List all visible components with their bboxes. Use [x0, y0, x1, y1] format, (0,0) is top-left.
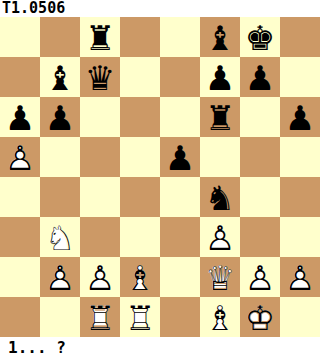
square-b7[interactable]: ♝	[40, 57, 80, 97]
piece-black-king: ♚	[240, 17, 280, 57]
square-e5[interactable]: ♟	[160, 137, 200, 177]
square-f5[interactable]	[200, 137, 240, 177]
square-e8[interactable]	[160, 17, 200, 57]
piece-black-pawn: ♟	[200, 57, 240, 97]
square-c3[interactable]	[80, 217, 120, 257]
square-d2[interactable]: ♝♗	[120, 257, 160, 297]
move-prompt: 1... ?	[0, 337, 320, 360]
square-c6[interactable]	[80, 97, 120, 137]
square-c4[interactable]	[80, 177, 120, 217]
piece-white-knight: ♞♘	[40, 217, 80, 257]
piece-white-bishop: ♝♗	[120, 257, 160, 297]
square-b3[interactable]: ♞♘	[40, 217, 80, 257]
puzzle-title: T1.0506	[0, 0, 320, 17]
chess-puzzle-window: T1.0506 ♜♝♚♝♛♟♟♟♟♜♟♟♙♟♞♞♘♟♙♟♙♟♙♝♗♛♕♟♙♟♙♜…	[0, 0, 320, 360]
square-d1[interactable]: ♜♖	[120, 297, 160, 337]
piece-white-queen: ♛♕	[200, 257, 240, 297]
square-a3[interactable]	[0, 217, 40, 257]
square-g8[interactable]: ♚	[240, 17, 280, 57]
square-h4[interactable]	[280, 177, 320, 217]
square-h2[interactable]: ♟♙	[280, 257, 320, 297]
piece-black-pawn: ♟	[0, 97, 40, 137]
square-d3[interactable]	[120, 217, 160, 257]
square-f2[interactable]: ♛♕	[200, 257, 240, 297]
square-c2[interactable]: ♟♙	[80, 257, 120, 297]
square-h6[interactable]: ♟	[280, 97, 320, 137]
square-e1[interactable]	[160, 297, 200, 337]
square-b6[interactable]: ♟	[40, 97, 80, 137]
square-e4[interactable]	[160, 177, 200, 217]
square-g6[interactable]	[240, 97, 280, 137]
piece-white-rook: ♜♖	[120, 297, 160, 337]
square-g2[interactable]: ♟♙	[240, 257, 280, 297]
square-a7[interactable]	[0, 57, 40, 97]
piece-black-pawn: ♟	[280, 97, 320, 137]
piece-white-pawn: ♟♙	[80, 257, 120, 297]
piece-white-king: ♚♔	[240, 297, 280, 337]
piece-white-bishop: ♝♗	[200, 297, 240, 337]
piece-black-pawn: ♟	[160, 137, 200, 177]
square-f6[interactable]: ♜	[200, 97, 240, 137]
square-c1[interactable]: ♜♖	[80, 297, 120, 337]
square-c5[interactable]	[80, 137, 120, 177]
piece-black-pawn: ♟	[40, 97, 80, 137]
square-h3[interactable]	[280, 217, 320, 257]
piece-white-pawn: ♟♙	[0, 137, 40, 177]
square-a4[interactable]	[0, 177, 40, 217]
square-e7[interactable]	[160, 57, 200, 97]
square-a6[interactable]: ♟	[0, 97, 40, 137]
square-g4[interactable]	[240, 177, 280, 217]
piece-black-bishop: ♝	[40, 57, 80, 97]
square-f3[interactable]: ♟♙	[200, 217, 240, 257]
square-d8[interactable]	[120, 17, 160, 57]
square-f4[interactable]: ♞	[200, 177, 240, 217]
square-f1[interactable]: ♝♗	[200, 297, 240, 337]
square-a8[interactable]	[0, 17, 40, 57]
square-g3[interactable]	[240, 217, 280, 257]
square-d5[interactable]	[120, 137, 160, 177]
square-f8[interactable]: ♝	[200, 17, 240, 57]
square-g1[interactable]: ♚♔	[240, 297, 280, 337]
square-c7[interactable]: ♛	[80, 57, 120, 97]
piece-white-pawn: ♟♙	[40, 257, 80, 297]
square-a2[interactable]	[0, 257, 40, 297]
piece-black-bishop: ♝	[200, 17, 240, 57]
piece-white-rook: ♜♖	[80, 297, 120, 337]
piece-black-rook: ♜	[80, 17, 120, 57]
piece-black-pawn: ♟	[240, 57, 280, 97]
square-b4[interactable]	[40, 177, 80, 217]
square-b5[interactable]	[40, 137, 80, 177]
square-b2[interactable]: ♟♙	[40, 257, 80, 297]
square-a5[interactable]: ♟♙	[0, 137, 40, 177]
square-f7[interactable]: ♟	[200, 57, 240, 97]
chess-board: ♜♝♚♝♛♟♟♟♟♜♟♟♙♟♞♞♘♟♙♟♙♟♙♝♗♛♕♟♙♟♙♜♖♜♖♝♗♚♔	[0, 17, 320, 337]
square-e6[interactable]	[160, 97, 200, 137]
square-e2[interactable]	[160, 257, 200, 297]
square-a1[interactable]	[0, 297, 40, 337]
piece-black-rook: ♜	[200, 97, 240, 137]
square-c8[interactable]: ♜	[80, 17, 120, 57]
square-g5[interactable]	[240, 137, 280, 177]
piece-white-pawn: ♟♙	[200, 217, 240, 257]
square-h7[interactable]	[280, 57, 320, 97]
square-h5[interactable]	[280, 137, 320, 177]
square-h8[interactable]	[280, 17, 320, 57]
square-h1[interactable]	[280, 297, 320, 337]
square-g7[interactable]: ♟	[240, 57, 280, 97]
piece-black-knight: ♞	[200, 177, 240, 217]
piece-white-pawn: ♟♙	[280, 257, 320, 297]
square-e3[interactable]	[160, 217, 200, 257]
piece-white-pawn: ♟♙	[240, 257, 280, 297]
square-d6[interactable]	[120, 97, 160, 137]
square-d7[interactable]	[120, 57, 160, 97]
piece-black-queen: ♛	[80, 57, 120, 97]
square-b8[interactable]	[40, 17, 80, 57]
square-d4[interactable]	[120, 177, 160, 217]
square-b1[interactable]	[40, 297, 80, 337]
